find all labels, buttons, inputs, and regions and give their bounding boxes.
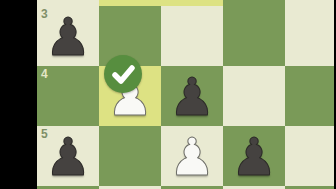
- square-e4[interactable]: [223, 66, 285, 126]
- square-g5[interactable]: [99, 126, 161, 186]
- square-e6[interactable]: [223, 186, 285, 189]
- letterbox-left: [0, 0, 37, 189]
- square-f6[interactable]: [161, 186, 223, 189]
- square-d6[interactable]: [285, 186, 334, 189]
- board-rank-4: 4♟♟: [37, 66, 334, 126]
- black-pawn[interactable]: ♟: [37, 7, 99, 67]
- check-icon: [104, 55, 142, 93]
- screenshot-stage: 3♟4♟♟5♟♟♟: [0, 0, 336, 189]
- square-d5[interactable]: [285, 126, 334, 186]
- board-rank-6: [37, 186, 334, 189]
- board-rank-5: 5♟♟♟: [37, 126, 334, 186]
- white-pawn[interactable]: ♟: [161, 127, 223, 187]
- square-f4[interactable]: ♟: [161, 66, 223, 126]
- square-h3[interactable]: 3♟: [37, 6, 99, 66]
- board-rank-3: 3♟: [37, 6, 334, 66]
- chess-board[interactable]: 3♟4♟♟5♟♟♟: [37, 0, 334, 189]
- square-g6[interactable]: [99, 186, 161, 189]
- square-f5[interactable]: ♟: [161, 126, 223, 186]
- black-pawn[interactable]: ♟: [37, 127, 99, 187]
- correct-move-badge: [104, 55, 142, 93]
- square-h4[interactable]: 4: [37, 66, 99, 126]
- square-h5[interactable]: 5♟: [37, 126, 99, 186]
- square-d4[interactable]: [285, 66, 334, 126]
- square-e5[interactable]: ♟: [223, 126, 285, 186]
- square-e3[interactable]: [223, 6, 285, 66]
- rank-label-4: 4: [41, 67, 48, 81]
- black-pawn[interactable]: ♟: [223, 127, 285, 187]
- square-f3[interactable]: [161, 6, 223, 66]
- black-pawn[interactable]: ♟: [161, 67, 223, 127]
- square-h6[interactable]: [37, 186, 99, 189]
- square-d3[interactable]: [285, 6, 334, 66]
